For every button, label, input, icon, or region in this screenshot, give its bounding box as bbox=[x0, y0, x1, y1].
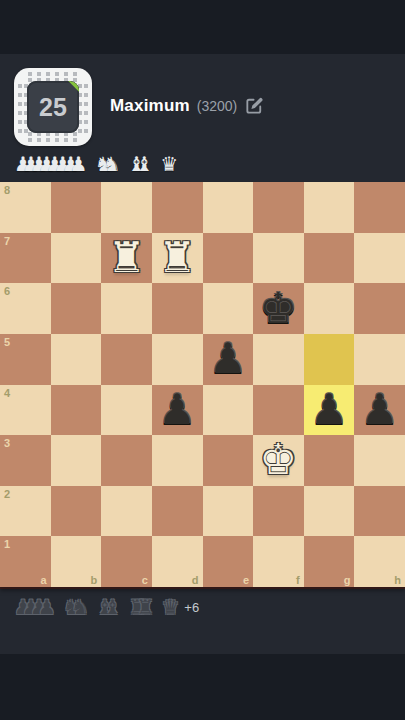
square-e1[interactable]: e bbox=[203, 536, 254, 587]
square-e5[interactable]: ♟ bbox=[203, 334, 254, 385]
square-c8[interactable] bbox=[101, 182, 152, 233]
file-label-f: f bbox=[296, 574, 300, 586]
file-label-c: c bbox=[142, 574, 148, 586]
captured-knight-group: ♞♞ bbox=[63, 597, 89, 617]
square-f8[interactable] bbox=[253, 182, 304, 233]
rank-label-3: 3 bbox=[4, 437, 10, 449]
square-h4[interactable]: ♟ bbox=[354, 385, 405, 436]
square-a6[interactable]: 6 bbox=[0, 283, 51, 334]
square-d1[interactable]: d bbox=[152, 536, 203, 587]
square-g2[interactable] bbox=[304, 486, 355, 537]
file-label-h: h bbox=[394, 574, 401, 586]
square-c5[interactable] bbox=[101, 334, 152, 385]
square-d6[interactable] bbox=[152, 283, 203, 334]
file-label-d: d bbox=[192, 574, 199, 586]
square-g3[interactable] bbox=[304, 435, 355, 486]
square-e3[interactable] bbox=[203, 435, 254, 486]
bot-name-row: Maximum (3200) bbox=[110, 96, 264, 116]
captured-queen-group: ♛ bbox=[160, 154, 178, 174]
file-label-a: a bbox=[41, 574, 47, 586]
app-panel: 25 Maximum (3200) ♟♟♟♟♟♟♟♟♞♞♝♝♛ 87♜♜6♚5♟… bbox=[0, 54, 405, 654]
chip-pins bbox=[28, 72, 79, 76]
square-a8[interactable]: 8 bbox=[0, 182, 51, 233]
highlight-overlay bbox=[304, 334, 355, 385]
square-e8[interactable] bbox=[203, 182, 254, 233]
file-label-g: g bbox=[344, 574, 351, 586]
square-c4[interactable] bbox=[101, 385, 152, 436]
square-b1[interactable]: b bbox=[51, 536, 102, 587]
square-f4[interactable] bbox=[253, 385, 304, 436]
square-f6[interactable]: ♚ bbox=[253, 283, 304, 334]
square-b7[interactable] bbox=[51, 233, 102, 284]
captured-bishop-icon: ♝ bbox=[104, 597, 122, 617]
chip-pins bbox=[18, 82, 22, 133]
square-f2[interactable] bbox=[253, 486, 304, 537]
screen: 25 Maximum (3200) ♟♟♟♟♟♟♟♟♞♞♝♝♛ 87♜♜6♚5♟… bbox=[0, 0, 405, 720]
square-h5[interactable] bbox=[354, 334, 405, 385]
captured-bishop-icon: ♝ bbox=[135, 154, 153, 174]
square-h3[interactable] bbox=[354, 435, 405, 486]
captured-queen-group: ♛ bbox=[161, 597, 179, 617]
square-h6[interactable] bbox=[354, 283, 405, 334]
square-e6[interactable] bbox=[203, 283, 254, 334]
square-h7[interactable] bbox=[354, 233, 405, 284]
square-b5[interactable] bbox=[51, 334, 102, 385]
chip-pins bbox=[28, 138, 79, 142]
square-d5[interactable] bbox=[152, 334, 203, 385]
square-g4[interactable]: ♟ bbox=[304, 385, 355, 436]
bot-rating: (3200) bbox=[197, 98, 237, 114]
piece-bP-h4[interactable]: ♟ bbox=[361, 389, 399, 431]
bot-level: 25 bbox=[39, 93, 67, 122]
chess-board: 87♜♜6♚5♟4♟♟♟3♚21abcdefgh bbox=[0, 182, 405, 587]
square-g1[interactable]: g bbox=[304, 536, 355, 587]
square-e2[interactable] bbox=[203, 486, 254, 537]
square-a4[interactable]: 4 bbox=[0, 385, 51, 436]
rank-label-4: 4 bbox=[4, 387, 10, 399]
square-d7[interactable]: ♜ bbox=[152, 233, 203, 284]
captured-knight-group: ♞♞ bbox=[95, 154, 121, 174]
captured-pawn-icon: ♟ bbox=[70, 154, 88, 174]
rank-label-8: 8 bbox=[4, 184, 10, 196]
rank-label-1: 1 bbox=[4, 538, 10, 550]
material-advantage: +6 bbox=[184, 600, 199, 615]
captured-bishop-group: ♝♝ bbox=[127, 154, 153, 174]
captured-bishop-group: ♝♝ bbox=[96, 597, 122, 617]
square-f1[interactable]: f bbox=[253, 536, 304, 587]
square-a1[interactable]: 1a bbox=[0, 536, 51, 587]
captured-queen-icon: ♛ bbox=[160, 154, 178, 174]
square-f5[interactable] bbox=[253, 334, 304, 385]
square-d3[interactable] bbox=[152, 435, 203, 486]
square-h8[interactable] bbox=[354, 182, 405, 233]
captured-pawn-icon: ♟ bbox=[38, 597, 56, 617]
bot-name: Maximum bbox=[110, 96, 190, 116]
piece-bP-g4[interactable]: ♟ bbox=[310, 389, 348, 431]
square-b4[interactable] bbox=[51, 385, 102, 436]
square-b8[interactable] bbox=[51, 182, 102, 233]
captured-rook-group: ♜♜ bbox=[129, 597, 155, 617]
rank-label-6: 6 bbox=[4, 285, 10, 297]
square-f3[interactable]: ♚ bbox=[253, 435, 304, 486]
bot-avatar[interactable]: 25 bbox=[14, 68, 92, 146]
square-c1[interactable]: c bbox=[101, 536, 152, 587]
square-d8[interactable] bbox=[152, 182, 203, 233]
chip-pins bbox=[84, 82, 88, 133]
square-c2[interactable] bbox=[101, 486, 152, 537]
square-a2[interactable]: 2 bbox=[0, 486, 51, 537]
piece-wR-c7[interactable]: ♜ bbox=[108, 237, 146, 279]
square-g5[interactable] bbox=[304, 334, 355, 385]
captured-knight-icon: ♞ bbox=[71, 597, 89, 617]
piece-bK-f6[interactable]: ♚ bbox=[260, 288, 298, 330]
square-f7[interactable] bbox=[253, 233, 304, 284]
captured-pawn-group: ♟♟♟♟ bbox=[14, 597, 56, 617]
square-a3[interactable]: 3 bbox=[0, 435, 51, 486]
piece-bP-d4[interactable]: ♟ bbox=[158, 389, 196, 431]
captured-pawn-group: ♟♟♟♟♟♟♟♟ bbox=[14, 154, 88, 174]
square-b3[interactable] bbox=[51, 435, 102, 486]
square-d4[interactable]: ♟ bbox=[152, 385, 203, 436]
square-b2[interactable] bbox=[51, 486, 102, 537]
square-b6[interactable] bbox=[51, 283, 102, 334]
cpu-chip-icon: 25 bbox=[27, 81, 79, 133]
square-h2[interactable] bbox=[354, 486, 405, 537]
square-h1[interactable]: h bbox=[354, 536, 405, 587]
file-label-e: e bbox=[243, 574, 249, 586]
square-c6[interactable] bbox=[101, 283, 152, 334]
square-a7[interactable]: 7 bbox=[0, 233, 51, 284]
square-c7[interactable]: ♜ bbox=[101, 233, 152, 284]
square-e7[interactable] bbox=[203, 233, 254, 284]
square-e4[interactable] bbox=[203, 385, 254, 436]
rank-label-2: 2 bbox=[4, 488, 10, 500]
piece-bP-e5[interactable]: ♟ bbox=[209, 338, 247, 380]
file-label-b: b bbox=[91, 574, 98, 586]
square-g7[interactable] bbox=[304, 233, 355, 284]
square-a5[interactable]: 5 bbox=[0, 334, 51, 385]
rank-label-7: 7 bbox=[4, 235, 10, 247]
captured-by-bottom-player: ♟♟♟♟♞♞♝♝♜♜♛ +6 bbox=[14, 595, 199, 619]
piece-wK-f3[interactable]: ♚ bbox=[260, 439, 298, 481]
captured-rook-icon: ♜ bbox=[136, 597, 154, 617]
square-d2[interactable] bbox=[152, 486, 203, 537]
captured-knight-icon: ♞ bbox=[102, 154, 120, 174]
square-c3[interactable] bbox=[101, 435, 152, 486]
square-g8[interactable] bbox=[304, 182, 355, 233]
captured-by-top-player: ♟♟♟♟♟♟♟♟♞♞♝♝♛ bbox=[14, 152, 178, 176]
rank-label-5: 5 bbox=[4, 336, 10, 348]
square-g6[interactable] bbox=[304, 283, 355, 334]
captured-queen-icon: ♛ bbox=[161, 597, 179, 617]
piece-wR-d7[interactable]: ♜ bbox=[158, 237, 196, 279]
edit-icon[interactable] bbox=[244, 96, 264, 116]
